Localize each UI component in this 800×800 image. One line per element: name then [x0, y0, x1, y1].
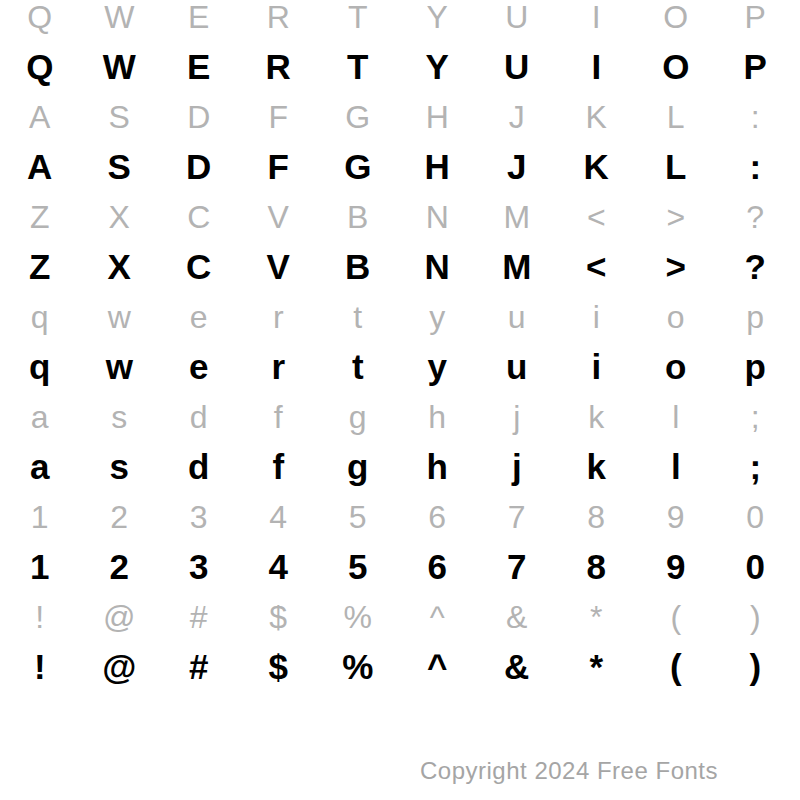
glyph-cell: Q [0, 42, 80, 92]
glyph-cell: 0 [716, 542, 796, 592]
glyph-cell: k [557, 392, 637, 442]
glyph-cell: 3 [159, 542, 239, 592]
glyph-cell: C [159, 242, 239, 292]
glyph-cell: J [477, 92, 557, 142]
glyph-row-digits-light: 1234567890 [0, 492, 795, 542]
glyph-cell: @ [80, 642, 160, 692]
glyph-cell: Z [0, 242, 80, 292]
glyph-cell: p [716, 342, 796, 392]
glyph-cell: ^ [398, 642, 478, 692]
specimen-grid: QWERTYUIOP QWERTYUIOP ASDFGHJKL: ASDFGHJ… [0, 0, 795, 692]
glyph-cell: y [398, 292, 478, 342]
glyph-cell: ^ [398, 592, 478, 642]
glyph-cell: D [159, 142, 239, 192]
glyph-cell: H [398, 142, 478, 192]
glyph-cell: h [398, 392, 478, 442]
glyph-cell: ) [716, 642, 796, 692]
glyph-cell: 1 [0, 542, 80, 592]
glyph-cell: ; [716, 392, 796, 442]
glyph-cell: A [0, 142, 80, 192]
font-specimen-page: QWERTYUIOP QWERTYUIOP ASDFGHJKL: ASDFGHJ… [0, 0, 800, 800]
glyph-cell: G [318, 142, 398, 192]
glyph-cell: < [557, 192, 637, 242]
glyph-cell: W [80, 42, 160, 92]
glyph-row-lowercase-qwerty-bold: qwertyuiop [0, 342, 795, 392]
glyph-cell: S [80, 142, 160, 192]
glyph-cell: > [636, 242, 716, 292]
glyph-cell: 5 [318, 492, 398, 542]
glyph-cell: M [477, 242, 557, 292]
glyph-cell: ? [716, 192, 796, 242]
glyph-cell: X [80, 242, 160, 292]
glyph-cell: ( [636, 592, 716, 642]
glyph-cell: N [398, 192, 478, 242]
glyph-cell: % [318, 592, 398, 642]
glyph-cell: R [239, 42, 319, 92]
glyph-row-symbols-light: !@#$%^&*() [0, 592, 795, 642]
glyph-cell: s [80, 442, 160, 492]
glyph-cell: 7 [477, 492, 557, 542]
glyph-cell: r [239, 292, 319, 342]
glyph-row-lowercase-asdf-bold: asdfghjkl; [0, 442, 795, 492]
glyph-cell: r [239, 342, 319, 392]
glyph-cell: M [477, 192, 557, 242]
glyph-cell: U [477, 42, 557, 92]
glyph-row-uppercase-zxcv-light: ZXCVBNM<>? [0, 192, 795, 242]
glyph-cell: & [477, 592, 557, 642]
glyph-cell: t [318, 342, 398, 392]
glyph-cell: Y [398, 42, 478, 92]
glyph-cell: B [318, 242, 398, 292]
glyph-cell: 9 [636, 542, 716, 592]
glyph-cell: P [716, 42, 796, 92]
glyph-cell: 2 [80, 492, 160, 542]
glyph-cell: X [80, 192, 160, 242]
glyph-cell: f [239, 442, 319, 492]
glyph-cell: u [477, 342, 557, 392]
glyph-cell: p [716, 292, 796, 342]
glyph-cell: 9 [636, 492, 716, 542]
glyph-cell: Z [0, 192, 80, 242]
glyph-cell: g [318, 392, 398, 442]
glyph-cell: w [80, 342, 160, 392]
glyph-cell: e [159, 342, 239, 392]
glyph-cell: $ [239, 592, 319, 642]
glyph-row-uppercase-qwerty-light: QWERTYUIOP [0, 0, 795, 42]
glyph-cell: i [557, 342, 637, 392]
glyph-cell: 4 [239, 542, 319, 592]
glyph-row-lowercase-asdf-light: asdfghjkl; [0, 392, 795, 442]
glyph-row-uppercase-zxcv-bold: ZXCVBNM<>? [0, 242, 795, 292]
glyph-row-uppercase-qwerty-bold: QWERTYUIOP [0, 42, 795, 92]
glyph-cell: & [477, 642, 557, 692]
glyph-cell: L [636, 92, 716, 142]
glyph-cell: $ [239, 642, 319, 692]
glyph-cell: ? [716, 242, 796, 292]
glyph-cell: O [636, 0, 716, 42]
glyph-cell: h [398, 442, 478, 492]
glyph-cell: 7 [477, 542, 557, 592]
glyph-cell: F [239, 92, 319, 142]
glyph-cell: V [239, 242, 319, 292]
glyph-row-symbols-bold: !@#$%^&*() [0, 642, 795, 692]
glyph-cell: d [159, 442, 239, 492]
glyph-cell: N [398, 242, 478, 292]
glyph-cell: w [80, 292, 160, 342]
glyph-cell: 5 [318, 542, 398, 592]
glyph-cell: 0 [716, 492, 796, 542]
glyph-cell: 4 [239, 492, 319, 542]
glyph-cell: ) [716, 592, 796, 642]
glyph-cell: u [477, 292, 557, 342]
glyph-row-digits-bold: 1234567890 [0, 542, 795, 592]
glyph-row-uppercase-asdf-bold: ASDFGHJKL: [0, 142, 795, 192]
glyph-cell: S [80, 92, 160, 142]
glyph-cell: H [398, 92, 478, 142]
glyph-cell: y [398, 342, 478, 392]
glyph-cell: Y [398, 0, 478, 42]
glyph-cell: V [239, 192, 319, 242]
glyph-cell: q [0, 342, 80, 392]
copyright-text: Copyright 2024 Free Fonts [420, 757, 718, 785]
glyph-cell: : [716, 142, 796, 192]
glyph-cell: 8 [557, 492, 637, 542]
glyph-cell: i [557, 292, 637, 342]
glyph-cell: U [477, 0, 557, 42]
glyph-cell: o [636, 292, 716, 342]
glyph-cell: # [159, 642, 239, 692]
glyph-cell: K [557, 92, 637, 142]
glyph-cell: K [557, 142, 637, 192]
glyph-cell: @ [80, 592, 160, 642]
glyph-cell: * [557, 642, 637, 692]
glyph-cell: T [318, 42, 398, 92]
glyph-cell: ; [716, 442, 796, 492]
glyph-cell: J [477, 142, 557, 192]
glyph-cell: F [239, 142, 319, 192]
glyph-cell: * [557, 592, 637, 642]
glyph-cell: 3 [159, 492, 239, 542]
glyph-cell: L [636, 142, 716, 192]
glyph-cell: : [716, 92, 796, 142]
glyph-cell: d [159, 392, 239, 442]
glyph-cell: o [636, 342, 716, 392]
glyph-cell: j [477, 392, 557, 442]
glyph-cell: T [318, 0, 398, 42]
glyph-cell: # [159, 592, 239, 642]
glyph-cell: I [557, 0, 637, 42]
glyph-cell: O [636, 42, 716, 92]
glyph-row-lowercase-qwerty-light: qwertyuiop [0, 292, 795, 342]
glyph-cell: 6 [398, 492, 478, 542]
glyph-cell: I [557, 42, 637, 92]
glyph-cell: f [239, 392, 319, 442]
glyph-cell: > [636, 192, 716, 242]
glyph-cell: A [0, 92, 80, 142]
glyph-cell: a [0, 442, 80, 492]
glyph-cell: a [0, 392, 80, 442]
glyph-cell: ( [636, 642, 716, 692]
glyph-cell: E [159, 0, 239, 42]
glyph-cell: E [159, 42, 239, 92]
glyph-cell: G [318, 92, 398, 142]
glyph-row-uppercase-asdf-light: ASDFGHJKL: [0, 92, 795, 142]
glyph-cell: l [636, 392, 716, 442]
glyph-cell: B [318, 192, 398, 242]
glyph-cell: < [557, 242, 637, 292]
glyph-cell: W [80, 0, 160, 42]
glyph-cell: ! [0, 642, 80, 692]
glyph-cell: R [239, 0, 319, 42]
glyph-cell: s [80, 392, 160, 442]
glyph-cell: e [159, 292, 239, 342]
glyph-cell: j [477, 442, 557, 492]
glyph-cell: D [159, 92, 239, 142]
glyph-cell: P [716, 0, 796, 42]
glyph-cell: k [557, 442, 637, 492]
glyph-cell: 8 [557, 542, 637, 592]
glyph-cell: % [318, 642, 398, 692]
glyph-cell: 6 [398, 542, 478, 592]
glyph-cell: 1 [0, 492, 80, 542]
glyph-cell: ! [0, 592, 80, 642]
glyph-cell: 2 [80, 542, 160, 592]
glyph-cell: t [318, 292, 398, 342]
glyph-cell: g [318, 442, 398, 492]
glyph-cell: C [159, 192, 239, 242]
glyph-cell: l [636, 442, 716, 492]
glyph-cell: q [0, 292, 80, 342]
glyph-cell: Q [0, 0, 80, 42]
